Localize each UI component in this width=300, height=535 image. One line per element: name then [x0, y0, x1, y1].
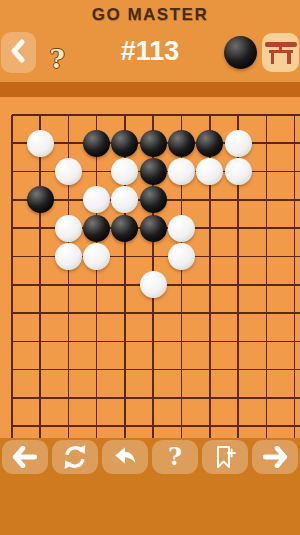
board-point[interactable]: ● [196, 129, 224, 157]
restart-button[interactable] [52, 440, 98, 474]
board-point[interactable] [54, 384, 82, 412]
board-point[interactable] [281, 157, 300, 185]
board-point[interactable] [139, 356, 167, 384]
board-point[interactable] [82, 157, 110, 185]
board-point[interactable] [167, 299, 195, 327]
board-point[interactable] [26, 299, 54, 327]
board-point[interactable] [196, 299, 224, 327]
board-point[interactable] [252, 384, 280, 412]
board-point[interactable] [0, 384, 26, 412]
header-divider [0, 82, 300, 97]
board-point[interactable] [0, 214, 26, 242]
board-point[interactable] [167, 356, 195, 384]
board-point[interactable] [111, 299, 139, 327]
board-point[interactable] [281, 299, 300, 327]
board-point[interactable] [252, 299, 280, 327]
stone-black: ● [140, 215, 167, 242]
board-point[interactable] [26, 214, 54, 242]
board-point[interactable] [196, 384, 224, 412]
board-point[interactable]: ○ [26, 129, 54, 157]
board-point[interactable] [281, 101, 300, 129]
board-point[interactable] [252, 356, 280, 384]
board-point[interactable] [82, 412, 110, 438]
board-point[interactable] [224, 101, 252, 129]
board-point[interactable] [196, 186, 224, 214]
board-point[interactable] [0, 271, 26, 299]
board-point[interactable] [281, 242, 300, 270]
board-point[interactable] [0, 101, 26, 129]
stone-white: ○ [111, 158, 138, 185]
board-point[interactable] [54, 412, 82, 438]
board-point[interactable] [139, 384, 167, 412]
board-point[interactable] [139, 299, 167, 327]
toolbar: ? [0, 440, 300, 474]
board-point[interactable] [26, 356, 54, 384]
refresh-icon [62, 444, 88, 470]
torii-button[interactable] [262, 33, 299, 72]
board-point[interactable] [0, 186, 26, 214]
board-point[interactable]: ● [139, 186, 167, 214]
board-point[interactable] [26, 101, 54, 129]
board-point[interactable] [224, 412, 252, 438]
board-point[interactable] [111, 356, 139, 384]
go-board[interactable]: ○●●●●●○○○●○○○●○○●○●●●○○○○○ [0, 97, 300, 438]
bookmark-plus-icon [212, 444, 238, 470]
stone-black: ● [140, 130, 167, 157]
board-point[interactable] [54, 186, 82, 214]
board-point[interactable] [281, 129, 300, 157]
board-point[interactable]: ○ [54, 242, 82, 270]
board-point[interactable] [82, 101, 110, 129]
board-point[interactable] [196, 271, 224, 299]
board-point[interactable]: ● [111, 214, 139, 242]
board-point[interactable] [224, 327, 252, 355]
stone-black: ● [168, 130, 195, 157]
board-point[interactable] [0, 412, 26, 438]
board-point[interactable] [224, 242, 252, 270]
board-point[interactable] [196, 214, 224, 242]
board-point[interactable]: ● [139, 129, 167, 157]
board-point[interactable] [82, 271, 110, 299]
board-point[interactable] [111, 327, 139, 355]
undo-arrow-icon [112, 445, 138, 469]
board-point[interactable] [252, 157, 280, 185]
board-point[interactable] [0, 327, 26, 355]
stone-black: ● [140, 158, 167, 185]
board-point[interactable] [82, 384, 110, 412]
header: GO MASTER ? #113 [0, 0, 300, 82]
board-point[interactable] [111, 271, 139, 299]
board-point[interactable]: ● [139, 157, 167, 185]
board-point[interactable] [167, 271, 195, 299]
board-point[interactable] [281, 214, 300, 242]
stone-white: ○ [111, 186, 138, 213]
board-point[interactable] [281, 327, 300, 355]
board-point[interactable] [196, 242, 224, 270]
board-point[interactable]: ○ [196, 157, 224, 185]
board-point[interactable] [281, 384, 300, 412]
board-point[interactable] [26, 242, 54, 270]
board-point[interactable] [26, 271, 54, 299]
hint-button[interactable]: ? [152, 440, 198, 474]
board-point[interactable] [111, 101, 139, 129]
stone-black: ● [83, 215, 110, 242]
stone-white: ○ [27, 130, 54, 157]
board-point[interactable] [111, 242, 139, 270]
board-point[interactable] [224, 214, 252, 242]
go-board-grid: ○●●●●●○○○●○○○●○○●○●●●○○○○○ [0, 101, 300, 438]
board-point[interactable] [281, 271, 300, 299]
stone-white: ○ [168, 243, 195, 270]
board-point[interactable] [54, 327, 82, 355]
board-point[interactable] [281, 356, 300, 384]
stone-white: ○ [55, 215, 82, 242]
black-stone-turn-indicator [224, 36, 257, 69]
board-point[interactable]: ○ [139, 271, 167, 299]
board-point[interactable] [26, 384, 54, 412]
right-arrow-icon [262, 446, 288, 468]
board-point[interactable] [196, 101, 224, 129]
board-point[interactable]: ○ [167, 157, 195, 185]
board-point[interactable] [111, 412, 139, 438]
board-point[interactable] [82, 327, 110, 355]
board-point[interactable]: ● [82, 214, 110, 242]
board-point[interactable] [0, 299, 26, 327]
board-point[interactable] [167, 186, 195, 214]
next-button[interactable] [252, 440, 298, 474]
stone-white: ○ [140, 271, 167, 298]
board-point[interactable]: ○ [224, 157, 252, 185]
board-point[interactable] [224, 271, 252, 299]
undo-button[interactable] [102, 440, 148, 474]
board-point[interactable] [252, 129, 280, 157]
board-point[interactable] [281, 412, 300, 438]
board-point[interactable] [224, 186, 252, 214]
board-point[interactable] [167, 384, 195, 412]
board-point[interactable]: ● [167, 129, 195, 157]
stone-black: ● [111, 130, 138, 157]
board-point[interactable]: ● [26, 186, 54, 214]
board-point[interactable] [252, 242, 280, 270]
stone-white: ○ [225, 130, 252, 157]
board-point[interactable]: ○ [224, 129, 252, 157]
footer: ? [0, 438, 300, 535]
question-mark-icon: ? [168, 442, 182, 472]
board-point[interactable] [26, 412, 54, 438]
board-point[interactable] [0, 356, 26, 384]
stone-white: ○ [225, 158, 252, 185]
stone-white: ○ [83, 243, 110, 270]
board-point[interactable] [54, 129, 82, 157]
board-point[interactable] [139, 327, 167, 355]
board-point[interactable] [111, 384, 139, 412]
board-point[interactable] [54, 299, 82, 327]
board-point[interactable] [252, 186, 280, 214]
board-point[interactable] [26, 157, 54, 185]
board-point[interactable]: ○ [111, 157, 139, 185]
board-point[interactable]: ○ [111, 186, 139, 214]
board-point[interactable] [252, 327, 280, 355]
board-point[interactable] [82, 356, 110, 384]
board-point[interactable] [139, 101, 167, 129]
board-point[interactable] [224, 356, 252, 384]
board-point[interactable]: ○ [167, 242, 195, 270]
stone-black: ● [111, 215, 138, 242]
board-point[interactable] [252, 412, 280, 438]
stone-white: ○ [55, 243, 82, 270]
stone-black: ● [196, 130, 223, 157]
board-point[interactable]: ○ [54, 157, 82, 185]
board-point[interactable] [139, 412, 167, 438]
stone-white: ○ [168, 158, 195, 185]
board-point[interactable]: ○ [54, 214, 82, 242]
board-point[interactable] [167, 101, 195, 129]
board-point[interactable] [26, 327, 54, 355]
board-point[interactable] [54, 356, 82, 384]
board-point[interactable] [0, 129, 26, 157]
board-point[interactable] [0, 242, 26, 270]
board-point[interactable] [196, 327, 224, 355]
left-arrow-icon [12, 446, 38, 468]
board-point[interactable] [167, 412, 195, 438]
board-point[interactable] [252, 101, 280, 129]
board-point[interactable] [252, 271, 280, 299]
board-point[interactable] [196, 412, 224, 438]
board-point[interactable]: ○ [167, 214, 195, 242]
stone-white: ○ [55, 158, 82, 185]
board-point[interactable] [82, 299, 110, 327]
app-title: GO MASTER [0, 5, 300, 25]
board-point[interactable] [281, 186, 300, 214]
board-point[interactable]: ○ [82, 242, 110, 270]
board-point[interactable]: ● [111, 129, 139, 157]
bookmark-button[interactable] [202, 440, 248, 474]
board-point[interactable]: ○ [82, 186, 110, 214]
stone-white: ○ [83, 186, 110, 213]
board-point[interactable] [224, 299, 252, 327]
stone-black: ● [83, 130, 110, 157]
board-point[interactable] [196, 356, 224, 384]
board-point[interactable] [139, 242, 167, 270]
stone-white: ○ [168, 215, 195, 242]
board-point[interactable] [0, 157, 26, 185]
torii-gate-icon [267, 41, 295, 65]
prev-button[interactable] [2, 440, 48, 474]
stone-white: ○ [196, 158, 223, 185]
stone-black: ● [140, 186, 167, 213]
board-point[interactable]: ● [82, 129, 110, 157]
stone-black: ● [27, 186, 54, 213]
board-point[interactable] [252, 214, 280, 242]
board-point[interactable]: ● [139, 214, 167, 242]
board-point[interactable] [54, 101, 82, 129]
board-point[interactable] [167, 327, 195, 355]
board-point[interactable] [54, 271, 82, 299]
board-point[interactable] [224, 384, 252, 412]
